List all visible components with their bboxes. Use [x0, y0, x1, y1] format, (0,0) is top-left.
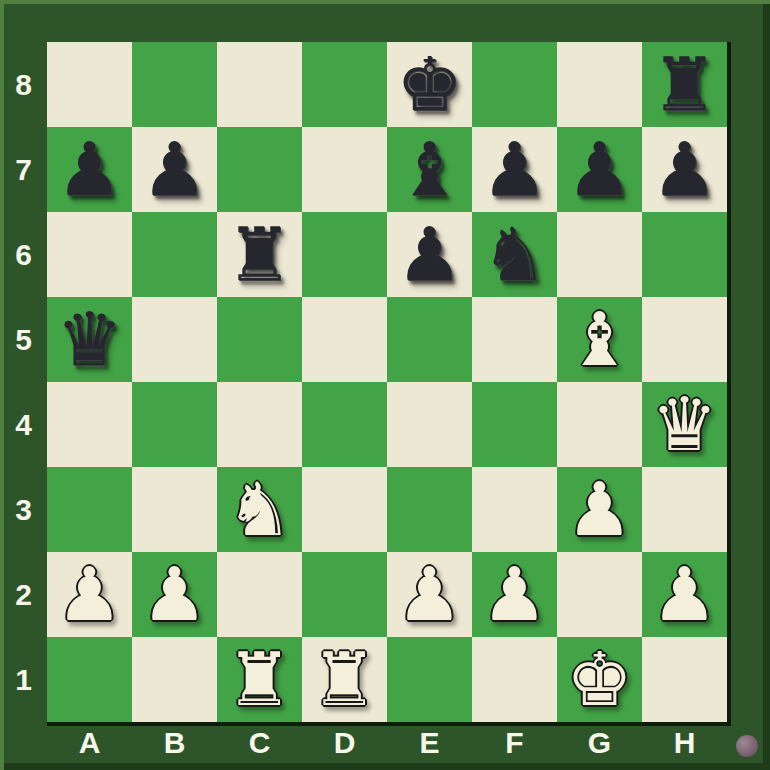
square-f3[interactable] — [472, 467, 557, 552]
square-b8[interactable] — [132, 42, 217, 127]
rank-label-8: 8 — [0, 42, 47, 127]
board[interactable]: ♚♜♟♟♝♟♟♟♜♟♞♛♝♛♞♟♟♟♟♟♟♜♜♚ — [47, 42, 731, 726]
piece-black-bishop-e7[interactable]: ♝ — [396, 127, 462, 212]
file-label-g: G — [557, 722, 642, 764]
square-g5[interactable]: ♝ — [557, 297, 642, 382]
piece-white-pawn-e2[interactable]: ♟ — [396, 552, 462, 637]
rank-label-1: 1 — [0, 637, 47, 722]
square-a4[interactable] — [47, 382, 132, 467]
square-d1[interactable]: ♜ — [302, 637, 387, 722]
piece-black-pawn-f7[interactable]: ♟ — [481, 127, 547, 212]
square-f4[interactable] — [472, 382, 557, 467]
square-e8[interactable]: ♚ — [387, 42, 472, 127]
piece-white-bishop-g5[interactable]: ♝ — [566, 297, 632, 382]
rank-label-7: 7 — [0, 127, 47, 212]
piece-white-pawn-b2[interactable]: ♟ — [141, 552, 207, 637]
piece-black-knight-f6[interactable]: ♞ — [481, 212, 547, 297]
square-a3[interactable] — [47, 467, 132, 552]
piece-black-rook-c6[interactable]: ♜ — [226, 212, 292, 297]
piece-black-pawn-g7[interactable]: ♟ — [566, 127, 632, 212]
piece-black-pawn-h7[interactable]: ♟ — [651, 127, 717, 212]
piece-black-rook-h8[interactable]: ♜ — [651, 42, 717, 127]
square-f8[interactable] — [472, 42, 557, 127]
square-e6[interactable]: ♟ — [387, 212, 472, 297]
piece-white-queen-h4[interactable]: ♛ — [651, 382, 717, 467]
square-c4[interactable] — [217, 382, 302, 467]
square-h2[interactable]: ♟ — [642, 552, 727, 637]
rank-label-5: 5 — [0, 297, 47, 382]
file-label-d: D — [302, 722, 387, 764]
square-d3[interactable] — [302, 467, 387, 552]
square-h3[interactable] — [642, 467, 727, 552]
square-c1[interactable]: ♜ — [217, 637, 302, 722]
piece-white-rook-d1[interactable]: ♜ — [311, 637, 377, 722]
file-label-e: E — [387, 722, 472, 764]
square-g7[interactable]: ♟ — [557, 127, 642, 212]
square-d2[interactable] — [302, 552, 387, 637]
square-a6[interactable] — [47, 212, 132, 297]
square-f6[interactable]: ♞ — [472, 212, 557, 297]
square-b3[interactable] — [132, 467, 217, 552]
square-d6[interactable] — [302, 212, 387, 297]
piece-white-knight-c3[interactable]: ♞ — [226, 467, 292, 552]
square-e4[interactable] — [387, 382, 472, 467]
rank-label-6: 6 — [0, 212, 47, 297]
square-a7[interactable]: ♟ — [47, 127, 132, 212]
file-label-h: H — [642, 722, 727, 764]
square-g1[interactable]: ♚ — [557, 637, 642, 722]
piece-black-pawn-b7[interactable]: ♟ — [141, 127, 207, 212]
square-d8[interactable] — [302, 42, 387, 127]
square-g3[interactable]: ♟ — [557, 467, 642, 552]
corner-dot-icon — [736, 735, 758, 757]
square-c5[interactable] — [217, 297, 302, 382]
square-h8[interactable]: ♜ — [642, 42, 727, 127]
square-h6[interactable] — [642, 212, 727, 297]
piece-white-rook-c1[interactable]: ♜ — [226, 637, 292, 722]
square-f1[interactable] — [472, 637, 557, 722]
rank-label-3: 3 — [0, 467, 47, 552]
square-b2[interactable]: ♟ — [132, 552, 217, 637]
square-f5[interactable] — [472, 297, 557, 382]
square-e3[interactable] — [387, 467, 472, 552]
file-labels: ABCDEFGH — [47, 722, 727, 764]
square-d5[interactable] — [302, 297, 387, 382]
square-g2[interactable] — [557, 552, 642, 637]
piece-white-king-g1[interactable]: ♚ — [566, 637, 632, 722]
square-a8[interactable] — [47, 42, 132, 127]
square-c7[interactable] — [217, 127, 302, 212]
square-a5[interactable]: ♛ — [47, 297, 132, 382]
piece-white-pawn-g3[interactable]: ♟ — [566, 467, 632, 552]
piece-black-pawn-a7[interactable]: ♟ — [56, 127, 122, 212]
rank-labels: 87654321 — [0, 42, 47, 722]
square-g8[interactable] — [557, 42, 642, 127]
square-e7[interactable]: ♝ — [387, 127, 472, 212]
square-f7[interactable]: ♟ — [472, 127, 557, 212]
piece-white-pawn-a2[interactable]: ♟ — [56, 552, 122, 637]
piece-white-pawn-h2[interactable]: ♟ — [651, 552, 717, 637]
square-f2[interactable]: ♟ — [472, 552, 557, 637]
square-b1[interactable] — [132, 637, 217, 722]
piece-black-queen-a5[interactable]: ♛ — [56, 297, 122, 382]
square-d7[interactable] — [302, 127, 387, 212]
square-b5[interactable] — [132, 297, 217, 382]
square-b4[interactable] — [132, 382, 217, 467]
rank-label-4: 4 — [0, 382, 47, 467]
square-c2[interactable] — [217, 552, 302, 637]
square-g6[interactable] — [557, 212, 642, 297]
file-label-b: B — [132, 722, 217, 764]
piece-black-pawn-e6[interactable]: ♟ — [396, 212, 462, 297]
square-g4[interactable] — [557, 382, 642, 467]
square-b7[interactable]: ♟ — [132, 127, 217, 212]
square-h5[interactable] — [642, 297, 727, 382]
square-d4[interactable] — [302, 382, 387, 467]
file-label-a: A — [47, 722, 132, 764]
square-c8[interactable] — [217, 42, 302, 127]
square-e1[interactable] — [387, 637, 472, 722]
square-c3[interactable]: ♞ — [217, 467, 302, 552]
square-h1[interactable] — [642, 637, 727, 722]
piece-black-king-e8[interactable]: ♚ — [396, 42, 462, 127]
file-label-c: C — [217, 722, 302, 764]
chess-board-frame: 87654321 ♚♜♟♟♝♟♟♟♜♟♞♛♝♛♞♟♟♟♟♟♟♜♜♚ ABCDEF… — [0, 0, 770, 770]
square-e2[interactable]: ♟ — [387, 552, 472, 637]
rank-label-2: 2 — [0, 552, 47, 637]
square-h7[interactable]: ♟ — [642, 127, 727, 212]
square-h4[interactable]: ♛ — [642, 382, 727, 467]
square-e5[interactable] — [387, 297, 472, 382]
file-label-f: F — [472, 722, 557, 764]
square-a1[interactable] — [47, 637, 132, 722]
square-c6[interactable]: ♜ — [217, 212, 302, 297]
piece-white-pawn-f2[interactable]: ♟ — [481, 552, 547, 637]
square-b6[interactable] — [132, 212, 217, 297]
square-a2[interactable]: ♟ — [47, 552, 132, 637]
